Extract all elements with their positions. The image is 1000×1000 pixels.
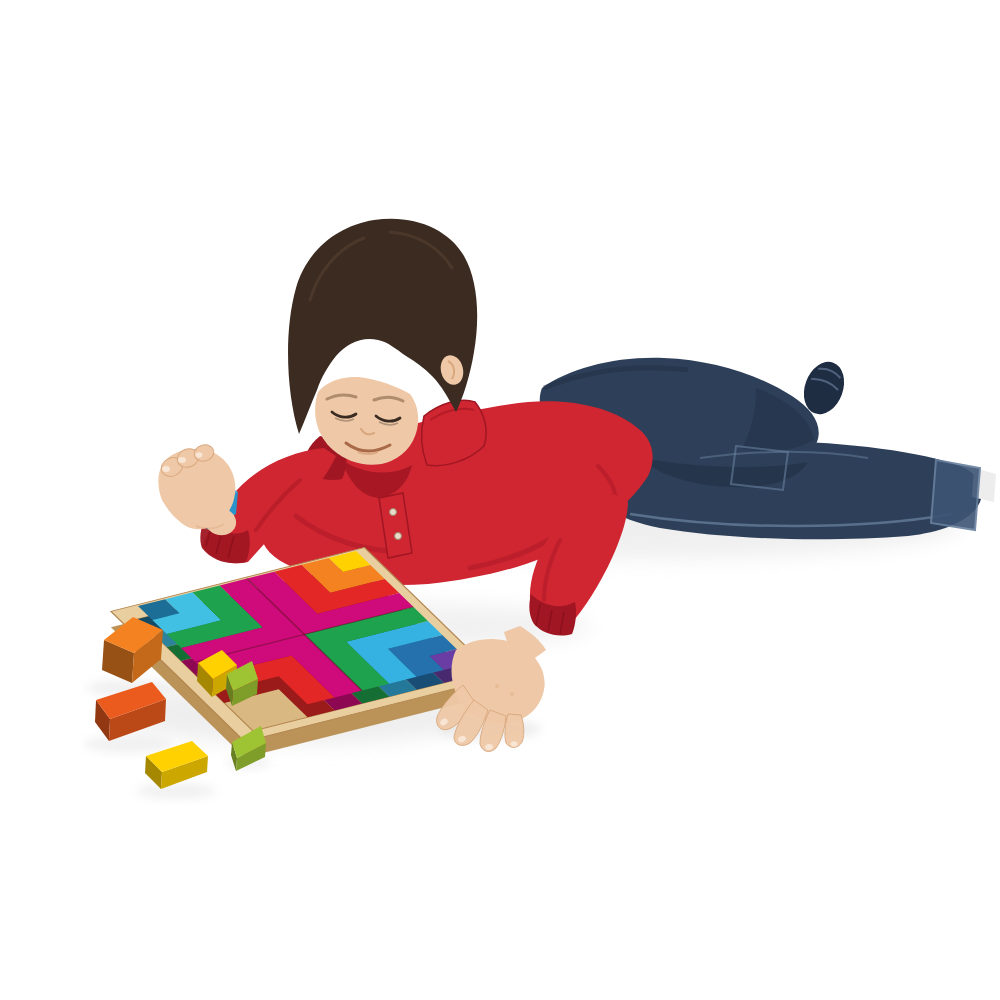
fingernail bbox=[511, 741, 518, 747]
product-photo: A young boy with short brown hair, weari… bbox=[0, 0, 1000, 1000]
loose-piece-orange-wedge bbox=[102, 617, 163, 683]
piece-shadow bbox=[84, 735, 172, 753]
jeans-hem bbox=[931, 460, 980, 530]
knuckle-dimple bbox=[510, 692, 514, 696]
knuckle-dimple bbox=[495, 684, 499, 688]
illustration bbox=[0, 0, 1000, 1000]
fingernail bbox=[196, 452, 203, 458]
fingernail bbox=[162, 466, 170, 472]
shirt-button bbox=[395, 533, 402, 540]
fingernail bbox=[178, 457, 186, 463]
shirt-button bbox=[390, 509, 397, 516]
piece-shadow bbox=[136, 783, 216, 799]
